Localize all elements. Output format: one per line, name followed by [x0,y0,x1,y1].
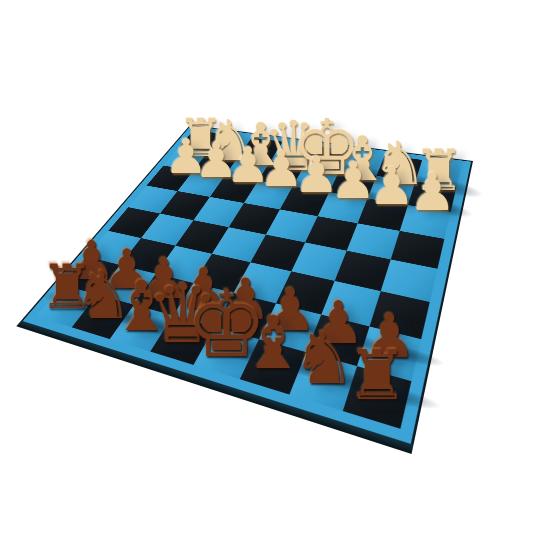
light-pawn: ♟ [409,166,456,218]
chessboard-photo: ♜♞♝♛♚♝♞♜♟♟♟♟♟♟♟♟♟♟♟♟♟♟♟♟♜♞♝♛♚♝♞♜ [0,0,533,533]
dark-rook: ♜ [347,341,408,410]
light-pawn: ♟ [368,161,414,213]
